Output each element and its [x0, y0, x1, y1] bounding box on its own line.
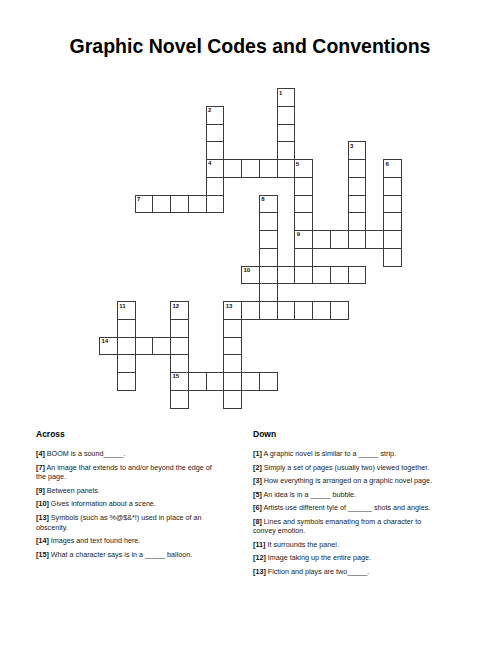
cell-number: 11 — [119, 303, 125, 310]
grid-cell[interactable] — [206, 372, 225, 391]
grid-cell[interactable] — [277, 106, 296, 125]
grid-cell[interactable] — [294, 248, 313, 267]
cell-number: 2 — [208, 107, 211, 114]
grid-cell[interactable] — [135, 337, 154, 356]
cell-number: 6 — [386, 161, 389, 168]
grid-cell[interactable] — [170, 390, 189, 409]
grid-cell[interactable] — [312, 266, 331, 285]
clue-across-4: [4] BOOM is a sound_____. — [36, 449, 248, 459]
grid-cell[interactable] — [188, 195, 207, 214]
grid-cell[interactable]: 11 — [117, 301, 136, 320]
puzzle-page: Graphic Novel Codes and Conventions 1234… — [0, 0, 500, 647]
grid-cell[interactable] — [117, 372, 136, 391]
cell-number: 7 — [137, 196, 140, 203]
grid-cell[interactable] — [152, 195, 171, 214]
grid-cell[interactable] — [348, 266, 367, 285]
down-clue-list: [1] A graphic novel is similar to a ____… — [253, 449, 469, 577]
grid-cell[interactable] — [170, 319, 189, 338]
grid-cell[interactable] — [383, 248, 402, 267]
grid-cell[interactable] — [223, 319, 242, 338]
clue-down-11: [11] It surrounds the panel. — [253, 540, 469, 550]
down-header: Down — [253, 429, 469, 439]
crossword-grid: 123456789101112131415 — [99, 88, 403, 410]
grid-cell[interactable] — [241, 301, 260, 320]
grid-cell[interactable] — [188, 372, 207, 391]
grid-cell[interactable] — [383, 195, 402, 214]
cell-number: 9 — [297, 231, 300, 238]
down-clues-section: Down [1] A graphic novel is similar to a… — [253, 429, 469, 580]
grid-cell[interactable] — [330, 266, 349, 285]
cell-number: 3 — [350, 143, 353, 150]
grid-cell[interactable] — [117, 337, 136, 356]
grid-cell[interactable] — [259, 283, 278, 302]
across-header: Across — [36, 429, 248, 439]
grid-cell[interactable] — [241, 159, 260, 178]
grid-cell[interactable] — [277, 141, 296, 160]
grid-cell[interactable] — [117, 354, 136, 373]
clue-across-10: [10] Gives information about a scene. — [36, 499, 248, 509]
grid-cell[interactable] — [223, 337, 242, 356]
cell-number: 12 — [173, 303, 180, 310]
cell-number: 8 — [261, 196, 264, 203]
grid-cell[interactable] — [277, 266, 296, 285]
grid-cell[interactable] — [294, 301, 313, 320]
clue-across-14: [14] Images and text found here. — [36, 536, 248, 546]
grid-cell[interactable] — [170, 337, 189, 356]
clue-down-6: [6] Artists use different tyle of ______… — [253, 503, 469, 513]
grid-cell[interactable] — [223, 372, 242, 391]
grid-cell[interactable] — [223, 354, 242, 373]
grid-cell[interactable] — [348, 159, 367, 178]
clue-down-13: [13] Fiction and plays are two_____. — [253, 567, 469, 577]
grid-cell[interactable] — [330, 230, 349, 249]
grid-cell[interactable] — [170, 195, 189, 214]
grid-cell[interactable]: 1 — [277, 88, 296, 107]
grid-cell[interactable] — [365, 230, 384, 249]
clue-across-13: [13] Symbols (such as %@$&*!) used in pl… — [36, 513, 248, 533]
grid-cell[interactable] — [259, 301, 278, 320]
clue-across-7: [7] An image that extends to and/or beyo… — [36, 463, 248, 483]
page-title: Graphic Novel Codes and Conventions — [0, 35, 500, 58]
grid-cell[interactable] — [152, 337, 171, 356]
grid-cell[interactable] — [277, 159, 296, 178]
clue-across-15: [15] What a character says is in a _____… — [36, 550, 248, 560]
cell-number: 4 — [208, 160, 211, 167]
grid-cell[interactable]: 8 — [259, 195, 278, 214]
grid-cell[interactable]: 4 — [206, 159, 225, 178]
cell-number: 14 — [102, 338, 109, 345]
grid-cell[interactable] — [277, 124, 296, 143]
grid-cell[interactable] — [294, 212, 313, 231]
grid-cell[interactable] — [383, 212, 402, 231]
grid-cell[interactable] — [294, 266, 313, 285]
clue-across-9: [9] Between panels. — [36, 486, 248, 496]
cell-number: 10 — [244, 267, 251, 274]
grid-cell[interactable] — [206, 177, 225, 196]
cell-number: 5 — [296, 161, 299, 168]
grid-cell[interactable] — [330, 301, 349, 320]
grid-cell[interactable] — [348, 212, 367, 231]
grid-cell[interactable]: 12 — [170, 301, 189, 320]
clue-down-8: [8] Lines and symbols emanating from a c… — [253, 517, 469, 537]
grid-cell[interactable]: 13 — [223, 301, 242, 320]
grid-cell[interactable] — [277, 301, 296, 320]
grid-cell[interactable] — [259, 212, 278, 231]
grid-cell[interactable] — [259, 230, 278, 249]
grid-cell[interactable]: 3 — [348, 141, 367, 160]
grid-cell[interactable] — [312, 230, 331, 249]
across-clue-list: [4] BOOM is a sound_____.[7] An image th… — [36, 449, 248, 560]
grid-cell[interactable] — [294, 195, 313, 214]
cell-number: 15 — [173, 373, 180, 380]
grid-cell[interactable] — [348, 195, 367, 214]
clue-down-5: [5] An idea is in a _____ bubble. — [253, 490, 469, 500]
grid-cell[interactable]: 9 — [294, 230, 313, 249]
grid-cell[interactable] — [259, 159, 278, 178]
clue-down-1: [1] A graphic novel is similar to a ____… — [253, 449, 469, 459]
grid-cell[interactable] — [348, 230, 367, 249]
grid-cell[interactable] — [170, 354, 189, 373]
grid-cell[interactable] — [206, 141, 225, 160]
grid-cell[interactable] — [117, 319, 136, 338]
grid-cell[interactable] — [223, 159, 242, 178]
grid-cell[interactable] — [294, 177, 313, 196]
across-clues-section: Across [4] BOOM is a sound_____.[7] An i… — [36, 429, 248, 563]
grid-cell[interactable]: 15 — [170, 372, 189, 391]
grid-cell[interactable] — [383, 177, 402, 196]
grid-cell[interactable] — [223, 390, 242, 409]
grid-cell[interactable]: 6 — [383, 159, 402, 178]
grid-cell[interactable] — [206, 124, 225, 143]
grid-cell[interactable]: 14 — [99, 337, 118, 356]
grid-cell[interactable] — [259, 266, 278, 285]
cell-number: 1 — [279, 90, 282, 97]
grid-cell[interactable] — [312, 301, 331, 320]
clue-down-2: [2] Simply a set of pages (usually two) … — [253, 463, 469, 473]
grid-cell[interactable] — [383, 230, 402, 249]
grid-cell[interactable] — [259, 372, 278, 391]
grid-cell[interactable] — [206, 195, 225, 214]
grid-cell[interactable]: 10 — [241, 266, 260, 285]
grid-cell[interactable]: 2 — [206, 106, 225, 125]
grid-cell[interactable] — [241, 372, 260, 391]
grid-cell[interactable] — [348, 177, 367, 196]
cell-number: 13 — [226, 303, 233, 310]
clue-down-3: [3] How everything is arranged on a grap… — [253, 476, 469, 486]
grid-cell[interactable] — [259, 248, 278, 267]
clue-down-12: [12] Image taking up the entire page. — [253, 553, 469, 563]
grid-cell[interactable]: 7 — [135, 195, 154, 214]
grid-cell[interactable]: 5 — [294, 159, 313, 178]
